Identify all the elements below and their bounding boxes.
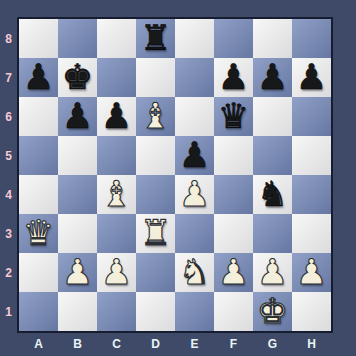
- square-a5[interactable]: [19, 136, 58, 175]
- square-f6[interactable]: ♛: [214, 97, 253, 136]
- square-f5[interactable]: [214, 136, 253, 175]
- file-labels: ABCDEFGH: [19, 334, 331, 354]
- square-b5[interactable]: [58, 136, 97, 175]
- square-b8[interactable]: [58, 19, 97, 58]
- white-pawn[interactable]: ♟: [101, 255, 132, 290]
- square-a4[interactable]: [19, 175, 58, 214]
- square-g8[interactable]: [253, 19, 292, 58]
- rank-label-7: 7: [0, 58, 17, 97]
- square-e7[interactable]: [175, 58, 214, 97]
- square-c2[interactable]: ♟: [97, 253, 136, 292]
- file-label-e: E: [175, 334, 214, 354]
- square-h1[interactable]: [292, 292, 331, 331]
- square-h7[interactable]: ♟: [292, 58, 331, 97]
- square-e6[interactable]: [175, 97, 214, 136]
- square-b4[interactable]: [58, 175, 97, 214]
- square-d8[interactable]: ♜: [136, 19, 175, 58]
- square-c3[interactable]: [97, 214, 136, 253]
- square-d6[interactable]: ♝: [136, 97, 175, 136]
- square-d3[interactable]: ♜: [136, 214, 175, 253]
- square-e4[interactable]: ♟: [175, 175, 214, 214]
- square-b1[interactable]: [58, 292, 97, 331]
- black-pawn[interactable]: ♟: [296, 60, 327, 95]
- white-knight[interactable]: ♞: [179, 255, 210, 290]
- square-h4[interactable]: [292, 175, 331, 214]
- white-rook[interactable]: ♜: [140, 216, 171, 251]
- square-h3[interactable]: [292, 214, 331, 253]
- square-h6[interactable]: [292, 97, 331, 136]
- square-e8[interactable]: [175, 19, 214, 58]
- file-label-h: H: [292, 334, 331, 354]
- square-d5[interactable]: [136, 136, 175, 175]
- white-pawn[interactable]: ♟: [62, 255, 93, 290]
- square-c1[interactable]: [97, 292, 136, 331]
- square-h5[interactable]: [292, 136, 331, 175]
- white-bishop[interactable]: ♝: [140, 99, 171, 134]
- rank-label-3: 3: [0, 214, 17, 253]
- square-e3[interactable]: [175, 214, 214, 253]
- square-d1[interactable]: [136, 292, 175, 331]
- white-king[interactable]: ♚: [257, 294, 288, 329]
- square-g6[interactable]: [253, 97, 292, 136]
- square-d2[interactable]: [136, 253, 175, 292]
- square-b3[interactable]: [58, 214, 97, 253]
- board-grid: ♜♟♚♟♟♟♟♟♝♛♟♝♟♞♛♜♟♟♞♟♟♟♚: [19, 19, 331, 331]
- black-pawn[interactable]: ♟: [23, 60, 54, 95]
- square-a3[interactable]: ♛: [19, 214, 58, 253]
- white-bishop[interactable]: ♝: [101, 177, 132, 212]
- rank-label-8: 8: [0, 19, 17, 58]
- square-f7[interactable]: ♟: [214, 58, 253, 97]
- square-c8[interactable]: [97, 19, 136, 58]
- rank-label-4: 4: [0, 175, 17, 214]
- square-b6[interactable]: ♟: [58, 97, 97, 136]
- file-label-f: F: [214, 334, 253, 354]
- chess-board: ♜♟♚♟♟♟♟♟♝♛♟♝♟♞♛♜♟♟♞♟♟♟♚: [17, 17, 333, 333]
- white-pawn[interactable]: ♟: [218, 255, 249, 290]
- square-c5[interactable]: [97, 136, 136, 175]
- square-c4[interactable]: ♝: [97, 175, 136, 214]
- square-f1[interactable]: [214, 292, 253, 331]
- square-f4[interactable]: [214, 175, 253, 214]
- black-pawn[interactable]: ♟: [179, 138, 210, 173]
- chess-diagram: 87654321 ♜♟♚♟♟♟♟♟♝♛♟♝♟♞♛♜♟♟♞♟♟♟♚ ABCDEFG…: [0, 0, 356, 356]
- file-label-d: D: [136, 334, 175, 354]
- square-a8[interactable]: [19, 19, 58, 58]
- square-g1[interactable]: ♚: [253, 292, 292, 331]
- file-label-a: A: [19, 334, 58, 354]
- file-label-c: C: [97, 334, 136, 354]
- white-queen[interactable]: ♛: [23, 216, 54, 251]
- square-g2[interactable]: ♟: [253, 253, 292, 292]
- square-c7[interactable]: [97, 58, 136, 97]
- square-g5[interactable]: [253, 136, 292, 175]
- white-pawn[interactable]: ♟: [296, 255, 327, 290]
- square-f2[interactable]: ♟: [214, 253, 253, 292]
- square-f8[interactable]: [214, 19, 253, 58]
- square-a2[interactable]: [19, 253, 58, 292]
- file-label-g: G: [253, 334, 292, 354]
- square-a6[interactable]: [19, 97, 58, 136]
- black-pawn[interactable]: ♟: [62, 99, 93, 134]
- square-g3[interactable]: [253, 214, 292, 253]
- black-pawn[interactable]: ♟: [257, 60, 288, 95]
- black-rook[interactable]: ♜: [140, 21, 171, 56]
- square-e1[interactable]: [175, 292, 214, 331]
- square-f3[interactable]: [214, 214, 253, 253]
- black-pawn[interactable]: ♟: [218, 60, 249, 95]
- white-pawn[interactable]: ♟: [179, 177, 210, 212]
- rank-labels: 87654321: [0, 19, 17, 331]
- rank-label-1: 1: [0, 292, 17, 331]
- square-b2[interactable]: ♟: [58, 253, 97, 292]
- rank-label-5: 5: [0, 136, 17, 175]
- rank-label-6: 6: [0, 97, 17, 136]
- square-a1[interactable]: [19, 292, 58, 331]
- square-g4[interactable]: ♞: [253, 175, 292, 214]
- black-queen[interactable]: ♛: [218, 99, 249, 134]
- square-d4[interactable]: [136, 175, 175, 214]
- square-a7[interactable]: ♟: [19, 58, 58, 97]
- square-g7[interactable]: ♟: [253, 58, 292, 97]
- square-d7[interactable]: [136, 58, 175, 97]
- square-c6[interactable]: ♟: [97, 97, 136, 136]
- black-pawn[interactable]: ♟: [101, 99, 132, 134]
- square-e5[interactable]: ♟: [175, 136, 214, 175]
- square-b7[interactable]: ♚: [58, 58, 97, 97]
- white-pawn[interactable]: ♟: [257, 255, 288, 290]
- black-king[interactable]: ♚: [62, 60, 93, 95]
- file-label-b: B: [58, 334, 97, 354]
- rank-label-2: 2: [0, 253, 17, 292]
- black-knight[interactable]: ♞: [257, 177, 288, 212]
- square-h8[interactable]: [292, 19, 331, 58]
- square-h2[interactable]: ♟: [292, 253, 331, 292]
- square-e2[interactable]: ♞: [175, 253, 214, 292]
